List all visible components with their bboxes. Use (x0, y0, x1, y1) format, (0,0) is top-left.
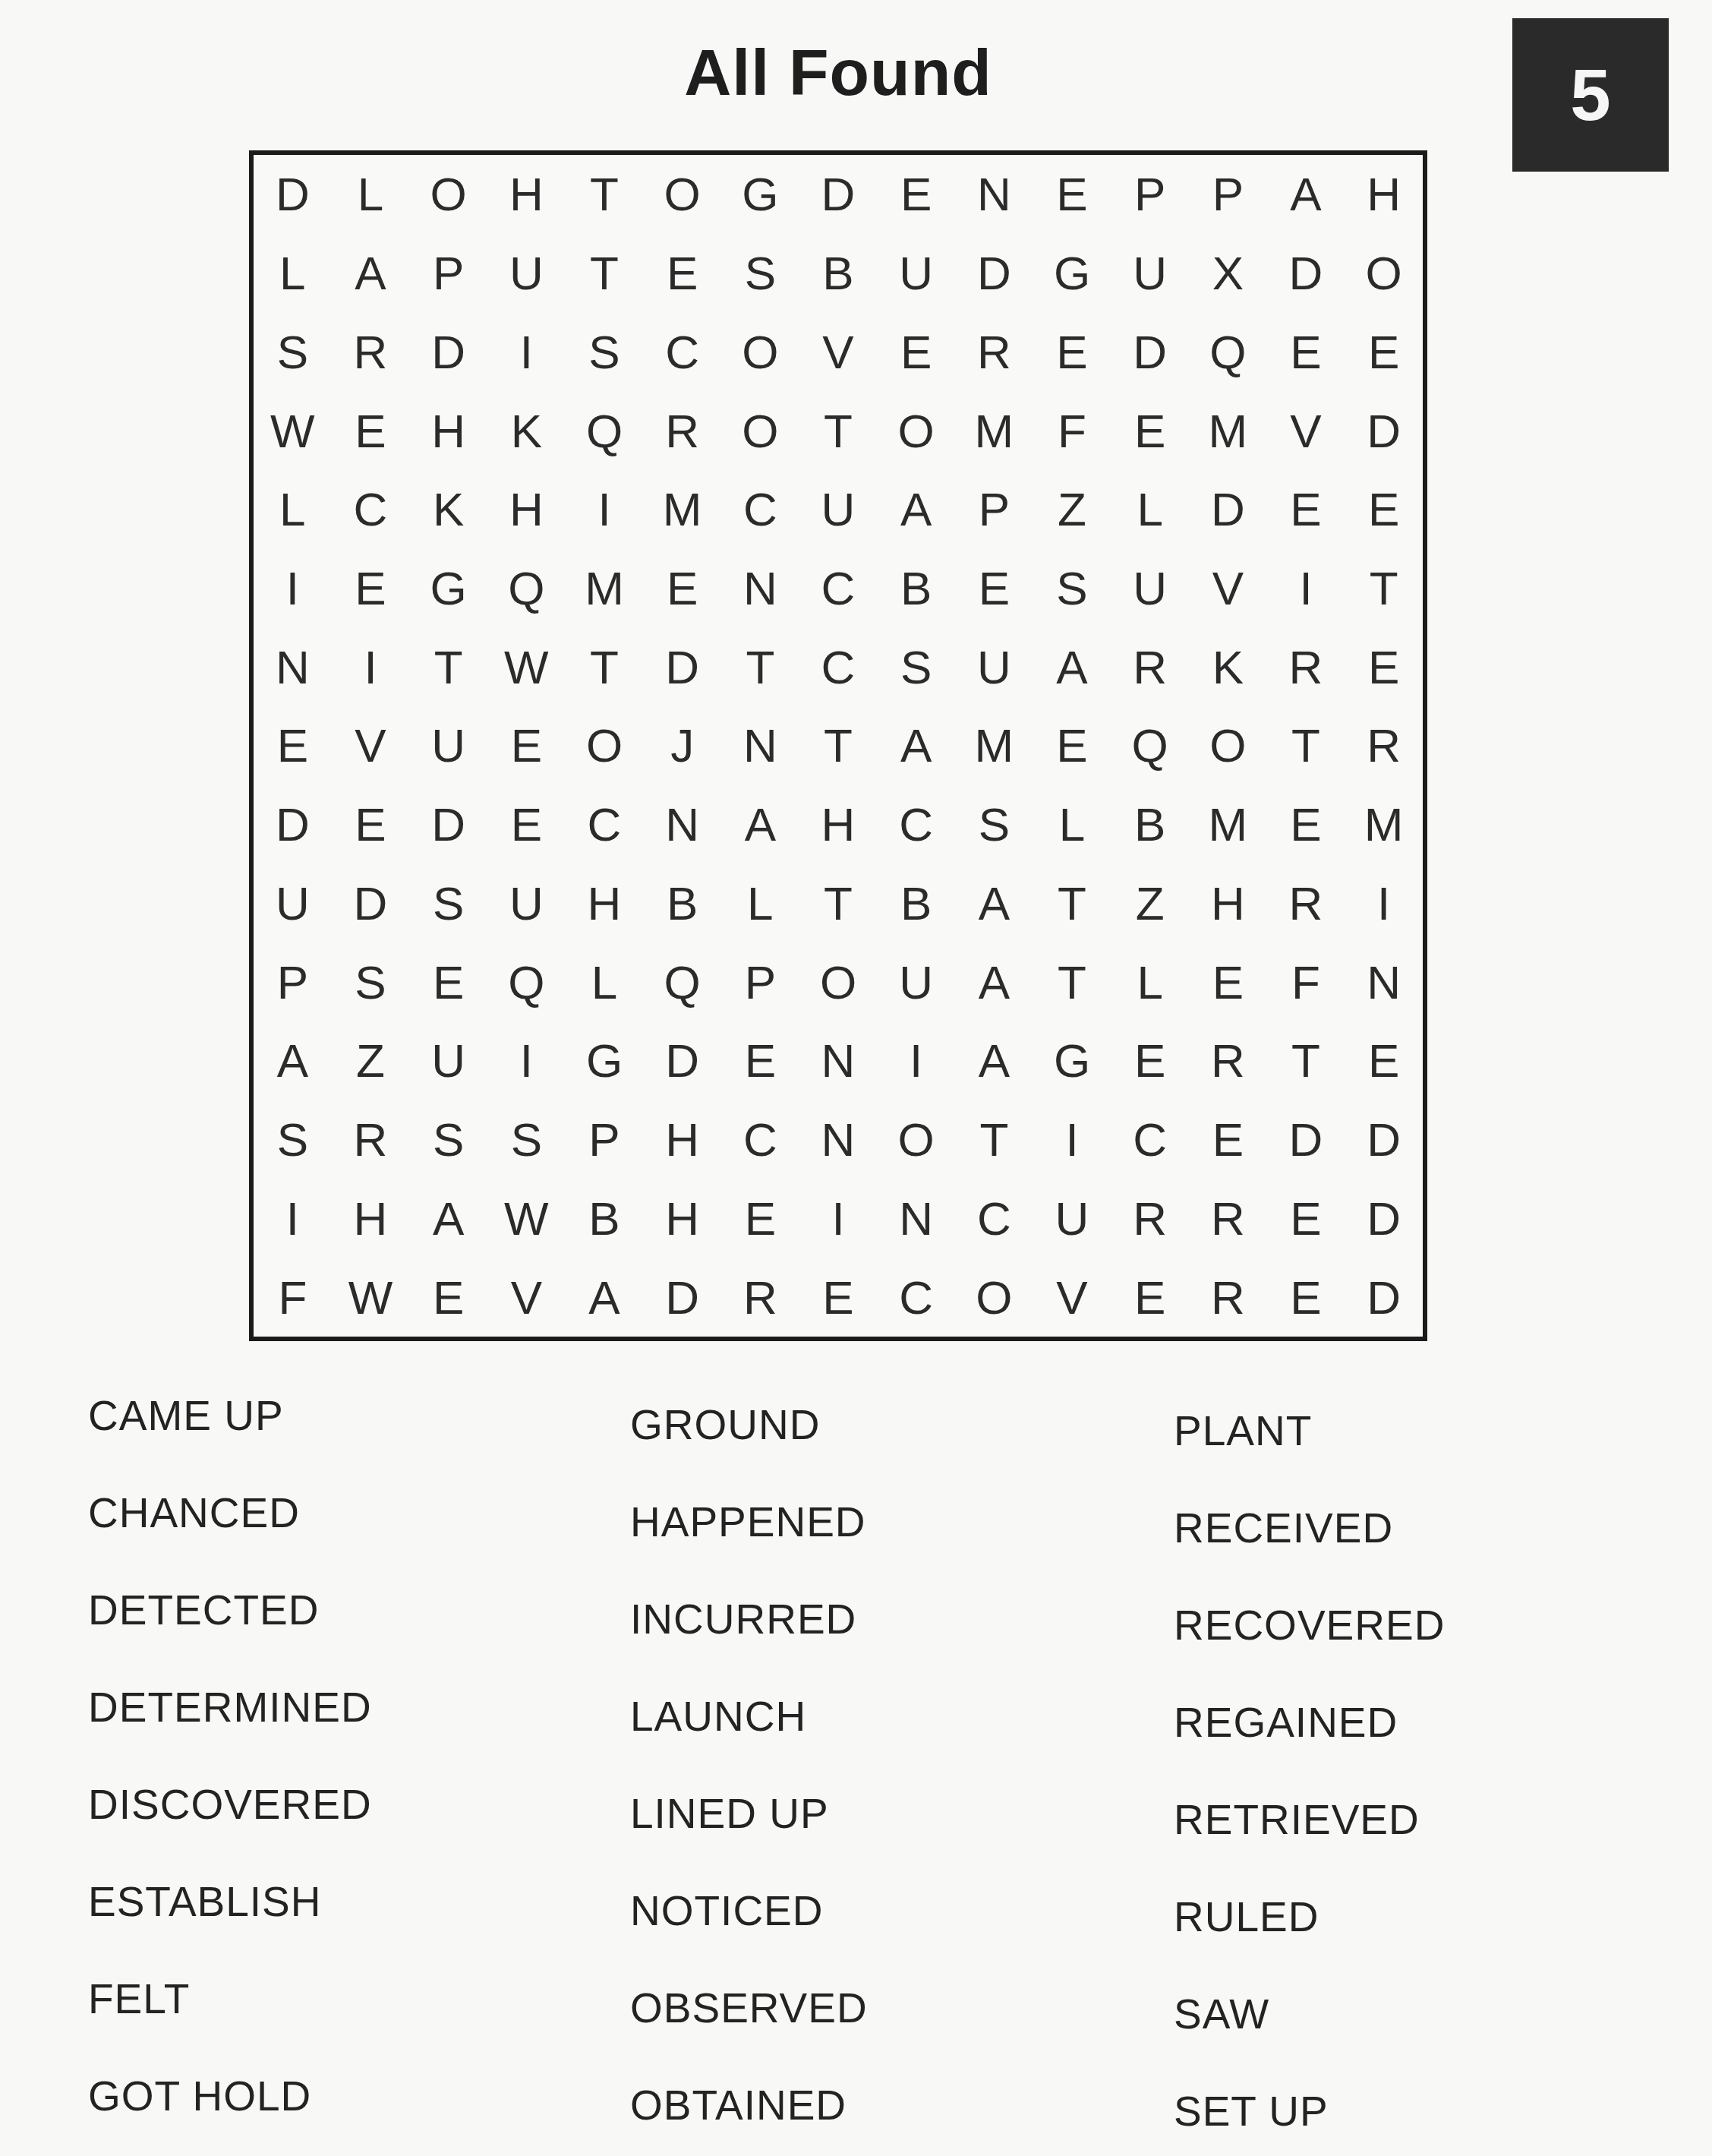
grid-cell[interactable]: R (1267, 864, 1345, 943)
grid-cell[interactable]: U (409, 1021, 487, 1100)
word-item: LINED UP (630, 1765, 868, 1862)
grid-cell[interactable]: B (643, 864, 721, 943)
grid-cell[interactable]: E (332, 391, 410, 470)
word-item: SAW (1174, 1965, 1445, 2063)
grid-cell[interactable]: J (643, 706, 721, 785)
grid-cell[interactable]: M (955, 391, 1033, 470)
word-item: NOTICED (630, 1862, 868, 1959)
grid-cell[interactable]: O (409, 155, 487, 234)
grid-cell[interactable]: O (643, 155, 721, 234)
grid-cell[interactable]: I (332, 627, 410, 706)
grid-cell[interactable]: O (1189, 706, 1267, 785)
grid-cell[interactable]: H (1189, 864, 1267, 943)
grid-cell[interactable]: K (1189, 627, 1267, 706)
grid-cell[interactable]: N (721, 549, 799, 628)
grid-cell[interactable]: D (799, 155, 878, 234)
grid-cell[interactable]: A (955, 1021, 1033, 1100)
grid-cell[interactable]: C (721, 470, 799, 549)
grid-cell[interactable]: A (877, 706, 955, 785)
grid-cell[interactable]: A (332, 234, 410, 313)
grid-cell[interactable]: C (877, 1258, 955, 1337)
word-item: HAPPENED (630, 1473, 868, 1570)
grid-cell[interactable]: E (1033, 312, 1111, 391)
grid-cell[interactable]: O (721, 312, 799, 391)
grid-cell[interactable]: U (877, 234, 955, 313)
grid-cell[interactable]: R (1111, 627, 1189, 706)
grid-cell[interactable]: H (799, 785, 878, 864)
grid-cell[interactable]: V (1189, 549, 1267, 628)
grid-cell[interactable]: M (1345, 785, 1423, 864)
grid-cell[interactable]: G (721, 155, 799, 234)
grid-cell[interactable]: F (1267, 942, 1345, 1021)
grid-cell[interactable]: S (877, 627, 955, 706)
grid-cell[interactable]: R (1345, 706, 1423, 785)
grid-cell[interactable]: T (799, 864, 878, 943)
word-list-column-1: CAME UPCHANCEDDETECTEDDETERMINEDDISCOVER… (88, 1367, 372, 2145)
grid-cell[interactable]: T (409, 627, 487, 706)
grid-cell[interactable]: U (487, 234, 566, 313)
grid-cell[interactable]: E (721, 1179, 799, 1258)
grid-cell[interactable]: S (1033, 549, 1111, 628)
word-item: LAUNCH (630, 1668, 868, 1765)
grid-cell[interactable]: T (1345, 549, 1423, 628)
grid-cell[interactable]: E (721, 1021, 799, 1100)
grid-cell[interactable]: D (1345, 1100, 1423, 1179)
grid-cell[interactable]: G (409, 549, 487, 628)
grid-cell[interactable]: E (1345, 1021, 1423, 1100)
grid-cell[interactable]: M (1189, 391, 1267, 470)
grid-cell[interactable]: E (1267, 785, 1345, 864)
grid-cell[interactable]: B (1111, 785, 1189, 864)
grid-cell[interactable]: D (1267, 1100, 1345, 1179)
grid-cell[interactable]: H (643, 1100, 721, 1179)
word-item: GOT HOLD (88, 2047, 372, 2145)
grid-cell[interactable]: E (254, 706, 332, 785)
grid-cell[interactable]: S (721, 234, 799, 313)
grid-cell[interactable]: W (487, 627, 566, 706)
grid-cell[interactable]: W (332, 1258, 410, 1337)
grid-cell[interactable]: N (721, 706, 799, 785)
grid-cell[interactable]: E (332, 549, 410, 628)
grid-cell[interactable]: C (877, 785, 955, 864)
grid-cell[interactable]: D (955, 234, 1033, 313)
grid-cell[interactable]: H (643, 1179, 721, 1258)
grid-cell[interactable]: A (254, 1021, 332, 1100)
grid-cell[interactable]: G (1033, 1021, 1111, 1100)
grid-cell[interactable]: E (409, 942, 487, 1021)
grid-cell[interactable]: M (955, 706, 1033, 785)
grid-cell[interactable]: S (487, 1100, 566, 1179)
word-item: RECEIVED (1174, 1479, 1445, 1577)
grid-cell[interactable]: A (721, 785, 799, 864)
grid-cell[interactable]: E (332, 785, 410, 864)
grid-cell[interactable]: L (1111, 942, 1189, 1021)
grid-cell[interactable]: A (566, 1258, 644, 1337)
grid-cell[interactable]: V (1033, 1258, 1111, 1337)
grid-cell[interactable]: T (799, 391, 878, 470)
grid-cell[interactable]: Q (1189, 312, 1267, 391)
grid-cell[interactable]: D (1189, 470, 1267, 549)
grid-cell[interactable]: D (332, 864, 410, 943)
grid-cell[interactable]: K (409, 470, 487, 549)
grid-cell[interactable]: O (877, 1100, 955, 1179)
grid-cell[interactable]: P (1189, 155, 1267, 234)
grid-cell[interactable]: R (332, 1100, 410, 1179)
word-item: SET UP (1174, 2063, 1445, 2156)
grid-cell[interactable]: C (721, 1100, 799, 1179)
grid-cell[interactable]: B (566, 1179, 644, 1258)
grid-cell[interactable]: U (1111, 549, 1189, 628)
grid-cell[interactable]: I (1267, 549, 1345, 628)
word-item: REGAINED (1174, 1674, 1445, 1771)
word-item: RULED (1174, 1868, 1445, 1965)
grid-cell[interactable]: E (643, 549, 721, 628)
grid-cell[interactable]: P (254, 942, 332, 1021)
grid-cell[interactable]: I (1345, 864, 1423, 943)
grid-cell[interactable]: D (1345, 1258, 1423, 1337)
grid-cell[interactable]: T (721, 627, 799, 706)
grid-cell[interactable]: T (1033, 864, 1111, 943)
grid-cell[interactable]: H (487, 155, 566, 234)
grid-cell[interactable]: R (1189, 1179, 1267, 1258)
grid-cell[interactable]: A (955, 942, 1033, 1021)
grid-cell[interactable]: V (1267, 391, 1345, 470)
grid-cell[interactable]: R (721, 1258, 799, 1337)
grid-cell[interactable]: E (1267, 470, 1345, 549)
grid-cell[interactable]: E (1267, 1258, 1345, 1337)
word-search-grid: DLOHTOGDENEPPAHLAPUTESBUDGUXDOSRDISCOVER… (249, 150, 1427, 1341)
grid-cell[interactable]: S (409, 1100, 487, 1179)
grid-cell[interactable]: I (487, 1021, 566, 1100)
grid-cell[interactable]: I (254, 549, 332, 628)
grid-cell[interactable]: E (487, 706, 566, 785)
grid-cell[interactable]: E (1111, 391, 1189, 470)
grid-cell[interactable]: C (332, 470, 410, 549)
grid-cell[interactable]: N (254, 627, 332, 706)
grid-cell[interactable]: Z (332, 1021, 410, 1100)
grid-cell[interactable]: N (799, 1100, 878, 1179)
grid-cell[interactable]: B (799, 234, 878, 313)
grid-cell[interactable]: E (955, 549, 1033, 628)
grid-cell[interactable]: S (409, 864, 487, 943)
grid-cell[interactable]: A (1033, 627, 1111, 706)
grid-cell[interactable]: L (254, 470, 332, 549)
grid-cell[interactable]: E (877, 155, 955, 234)
grid-cell[interactable]: D (1267, 234, 1345, 313)
grid-cell[interactable]: L (1033, 785, 1111, 864)
grid-cell[interactable]: S (566, 312, 644, 391)
grid-cell[interactable]: A (955, 864, 1033, 943)
grid-cell[interactable]: E (487, 785, 566, 864)
grid-cell[interactable]: Q (487, 549, 566, 628)
grid-cell[interactable]: N (799, 1021, 878, 1100)
grid-cell[interactable]: T (955, 1100, 1033, 1179)
grid-cell[interactable]: U (799, 470, 878, 549)
grid-cell[interactable]: I (566, 470, 644, 549)
word-item: CAME UP (88, 1367, 372, 1464)
grid-cell[interactable]: B (877, 549, 955, 628)
grid-cell[interactable]: I (487, 312, 566, 391)
grid-cell[interactable]: L (566, 942, 644, 1021)
grid-cell[interactable]: E (1189, 1100, 1267, 1179)
grid-cell[interactable]: Q (643, 942, 721, 1021)
grid-cell[interactable]: Q (1111, 706, 1189, 785)
grid-cell[interactable]: C (566, 785, 644, 864)
grid-cell[interactable]: C (799, 627, 878, 706)
grid-cell[interactable]: S (955, 785, 1033, 864)
grid-cell[interactable]: H (1345, 155, 1423, 234)
grid-cell[interactable]: Z (1033, 470, 1111, 549)
grid-cell[interactable]: D (254, 785, 332, 864)
grid-cell[interactable]: O (1345, 234, 1423, 313)
word-item: OBSERVED (630, 1959, 868, 2057)
grid-cell[interactable]: K (487, 391, 566, 470)
grid-cell[interactable]: G (1033, 234, 1111, 313)
grid-cell[interactable]: O (877, 391, 955, 470)
page-number-badge: 5 (1512, 18, 1669, 172)
grid-cell[interactable]: A (1267, 155, 1345, 234)
word-item: DETERMINED (88, 1659, 372, 1756)
grid-cell[interactable]: L (332, 155, 410, 234)
grid-cell[interactable]: R (1189, 1021, 1267, 1100)
grid-cell[interactable]: L (721, 864, 799, 943)
grid-cell[interactable]: O (721, 391, 799, 470)
grid-cell[interactable]: D (643, 1021, 721, 1100)
grid-cell[interactable]: B (877, 864, 955, 943)
grid-cell[interactable]: Q (566, 391, 644, 470)
grid-cell[interactable]: C (799, 549, 878, 628)
grid-cell[interactable]: M (643, 470, 721, 549)
grid-cell[interactable]: D (643, 627, 721, 706)
grid-cell[interactable]: D (409, 312, 487, 391)
grid-cell[interactable]: U (955, 627, 1033, 706)
grid-cell[interactable]: Z (1111, 864, 1189, 943)
grid-cell[interactable]: D (254, 155, 332, 234)
grid-cell[interactable]: W (487, 1179, 566, 1258)
grid-cell[interactable]: O (955, 1258, 1033, 1337)
grid-cell[interactable]: X (1189, 234, 1267, 313)
grid-cell[interactable]: U (1033, 1179, 1111, 1258)
word-item: RETRIEVED (1174, 1771, 1445, 1868)
grid-cell[interactable]: M (1189, 785, 1267, 864)
grid-cell[interactable]: E (1345, 312, 1423, 391)
grid-cell[interactable]: V (799, 312, 878, 391)
grid-cell[interactable]: M (566, 549, 644, 628)
grid-cell[interactable]: F (1033, 391, 1111, 470)
grid-cell[interactable]: P (721, 942, 799, 1021)
grid-cell[interactable]: P (955, 470, 1033, 549)
grid-cell[interactable]: Q (487, 942, 566, 1021)
grid-cell[interactable]: E (1111, 1258, 1189, 1337)
grid-cell[interactable]: D (643, 1258, 721, 1337)
grid-cell[interactable]: D (1111, 312, 1189, 391)
word-item: OBTAINED (630, 2057, 868, 2154)
grid-cell[interactable]: I (799, 1179, 878, 1258)
grid-cell[interactable]: I (254, 1179, 332, 1258)
grid-cell[interactable]: C (1111, 1100, 1189, 1179)
grid-cell[interactable]: R (955, 312, 1033, 391)
grid-cell[interactable]: U (409, 706, 487, 785)
grid-cell[interactable]: U (1111, 234, 1189, 313)
grid-cell[interactable]: N (643, 785, 721, 864)
grid-cell[interactable]: I (877, 1021, 955, 1100)
grid-cell[interactable]: V (487, 1258, 566, 1337)
grid-cell[interactable]: H (487, 470, 566, 549)
grid-cell[interactable]: E (1267, 1179, 1345, 1258)
grid-cell[interactable]: P (566, 1100, 644, 1179)
grid-cell[interactable]: L (1111, 470, 1189, 549)
grid-cell[interactable]: O (566, 706, 644, 785)
grid-cell[interactable]: D (409, 785, 487, 864)
grid-cell[interactable]: R (1189, 1258, 1267, 1337)
grid-cell[interactable]: E (799, 1258, 878, 1337)
word-item: CHANCED (88, 1464, 372, 1561)
word-item: PLANT (1174, 1382, 1445, 1479)
word-list-column-3: PLANTRECEIVEDRECOVEREDREGAINEDRETRIEVEDR… (1174, 1382, 1445, 2156)
grid-cell[interactable]: W (254, 391, 332, 470)
grid-cell[interactable]: C (643, 312, 721, 391)
grid-cell[interactable]: I (1033, 1100, 1111, 1179)
grid-cell[interactable]: R (1111, 1179, 1189, 1258)
grid-cell[interactable]: T (1267, 706, 1345, 785)
grid-cell[interactable]: P (1111, 155, 1189, 234)
grid-cell[interactable]: N (1345, 942, 1423, 1021)
grid-cell[interactable]: H (409, 391, 487, 470)
grid-cell[interactable]: U (254, 864, 332, 943)
grid-cell[interactable]: E (1111, 1021, 1189, 1100)
grid-cell[interactable]: A (877, 470, 955, 549)
grid-cell[interactable]: R (332, 312, 410, 391)
word-item: GROUND (630, 1376, 868, 1473)
grid-cell[interactable]: H (332, 1179, 410, 1258)
word-item: INCURRED (630, 1570, 868, 1668)
grid-cell[interactable]: A (409, 1179, 487, 1258)
grid-cell[interactable]: N (877, 1179, 955, 1258)
grid-cell[interactable]: R (1267, 627, 1345, 706)
grid-cell[interactable]: E (1189, 942, 1267, 1021)
grid-cell[interactable]: E (1345, 627, 1423, 706)
grid-cell[interactable]: R (643, 391, 721, 470)
grid-cell[interactable]: P (409, 234, 487, 313)
grid-cell[interactable]: E (1033, 155, 1111, 234)
grid-cell[interactable]: O (799, 942, 878, 1021)
grid-cell[interactable]: E (1033, 706, 1111, 785)
grid-cell[interactable]: U (877, 942, 955, 1021)
word-item: ESTABLISH (88, 1853, 372, 1950)
grid-cell[interactable]: E (409, 1258, 487, 1337)
grid-cell[interactable]: T (1033, 942, 1111, 1021)
grid-cell[interactable]: E (1267, 312, 1345, 391)
word-list-column-2: GROUNDHAPPENEDINCURREDLAUNCHLINED UPNOTI… (630, 1376, 868, 2154)
grid-cell[interactable]: L (254, 234, 332, 313)
grid-cell[interactable]: S (254, 312, 332, 391)
word-item: DETECTED (88, 1561, 372, 1659)
grid-cell[interactable]: E (1345, 470, 1423, 549)
grid-cell[interactable]: U (487, 864, 566, 943)
grid-cell[interactable]: T (566, 155, 644, 234)
word-item: DISCOVERED (88, 1756, 372, 1853)
grid-cell[interactable]: G (566, 1021, 644, 1100)
grid-cell[interactable]: S (332, 942, 410, 1021)
word-item: RECOVERED (1174, 1577, 1445, 1674)
grid-cell[interactable]: V (332, 706, 410, 785)
grid-cell[interactable]: T (799, 706, 878, 785)
grid-cell[interactable]: T (566, 627, 644, 706)
grid-cell[interactable]: E (877, 312, 955, 391)
page-number: 5 (1570, 53, 1610, 137)
grid-cell[interactable]: T (1267, 1021, 1345, 1100)
word-item: FELT (88, 1950, 372, 2047)
grid-cell[interactable]: H (566, 864, 644, 943)
grid-cell[interactable]: D (1345, 391, 1423, 470)
grid-cell[interactable]: E (643, 234, 721, 313)
grid-cell[interactable]: S (254, 1100, 332, 1179)
grid-cell[interactable]: T (566, 234, 644, 313)
grid-cell[interactable]: N (955, 155, 1033, 234)
grid-cell[interactable]: F (254, 1258, 332, 1337)
puzzle-title: All Found (251, 35, 1426, 110)
grid-cell[interactable]: C (955, 1179, 1033, 1258)
grid-cell[interactable]: D (1345, 1179, 1423, 1258)
